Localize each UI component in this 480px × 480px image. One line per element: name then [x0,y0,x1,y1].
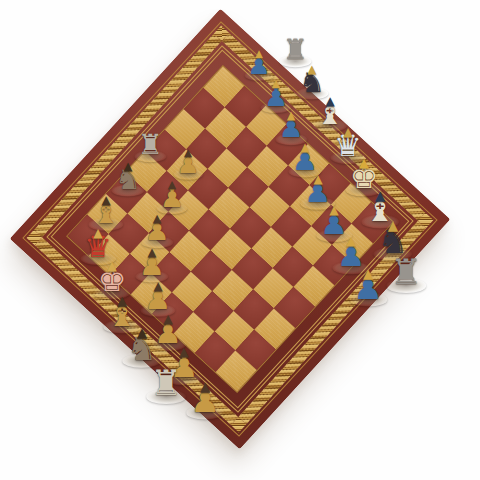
white-knight-piece: ♞▲ [115,165,141,194]
black-knight-glyph-icon: ♞ [378,224,408,258]
white-king-glyph-icon: ♚ [98,264,127,296]
piece-glass-base [122,354,161,368]
black-pawn-glyph-icon: ♟ [337,239,366,271]
white-pawn-piece: ♟▲ [144,217,169,245]
white-pawn-glyph-icon: ♟ [145,284,172,314]
gold-hat-icon: ▲ [301,142,310,154]
piece-glass-base [279,56,311,68]
black-bishop-piece: ♝▲ [317,99,344,129]
gold-hat-icon: ▲ [124,161,133,173]
white-pawn-glyph-icon: ♟ [170,350,199,382]
black-pawn-glyph-icon: ♟ [264,83,288,110]
piece-glass-base [275,134,307,146]
black-bishop-piece: ♝▲ [365,193,395,226]
black-pawn-piece: ♟▲ [320,208,348,239]
black-rook-glyph-icon: ♜ [390,255,421,290]
white-pawn-glyph-icon: ♟ [139,251,165,280]
white-pawn-piece: ♟▲ [139,251,165,280]
black-pawn-glyph-icon: ♟ [247,52,270,78]
black-pawn-piece: ♟▲ [353,271,383,304]
white-knight-glyph-icon: ♞ [115,165,141,194]
white-king-piece: ♚▲ [98,264,127,296]
gold-hat-icon: ▲ [168,180,176,191]
gold-hat-icon: ▲ [117,293,127,306]
piece-glass-base [244,70,274,81]
white-queen-glyph-icon: ♛ [84,231,112,262]
piece-glass-base [288,165,321,177]
product-photo-canvas: ♜♟▲♞▲♟▲♝▲♟▲♜♛▲♟▲♟▲♚▲♞▲♟▲♟▲♝▲♝▲♟▲♟▲♞▲♛▲♟▲… [0,0,480,480]
piece-glass-base [346,183,383,196]
piece-glass-base [295,87,328,99]
piece-glass-base [260,102,291,113]
gold-hat-icon: ▲ [101,194,110,206]
gold-hat-icon: ▲ [148,247,157,259]
gold-hat-icon: ▲ [179,346,189,359]
gold-hat-icon: ▲ [200,379,210,392]
piece-glass-base [361,215,399,229]
piece-glass-base [333,261,370,274]
white-bishop-glyph-icon: ♝ [107,298,137,331]
piece-glass-base [386,278,426,293]
white-rook-glyph-icon: ♜ [137,131,162,159]
black-knight-piece: ♞▲ [378,224,408,258]
piece-glass-base [173,169,203,180]
white-pawn-piece: ♟▲ [154,317,182,348]
gold-hat-icon: ▲ [163,313,173,325]
black-rook-piece: ♜ [282,36,307,64]
pieces-layer: ♜♟▲♞▲♟▲♝▲♟▲♜♛▲♟▲♟▲♚▲♞▲♟▲♟▲♝▲♝▲♟▲♟▲♞▲♛▲♟▲… [0,0,480,480]
black-queen-piece: ♛▲ [334,130,362,161]
white-pawn-piece: ♟▲ [160,184,184,211]
white-bishop-piece: ♝▲ [93,198,120,228]
white-pawn-piece: ♟▲ [145,284,172,314]
gold-hat-icon: ▲ [255,48,263,58]
gold-hat-icon: ▲ [107,260,117,273]
white-pawn-piece: ♟▲ [170,350,199,382]
piece-glass-base [111,184,144,196]
piece-glass-base [373,247,412,261]
black-rook-piece: ♜ [390,255,421,290]
piece-glass-base [301,197,336,210]
gold-hat-icon: ▲ [388,219,398,233]
piece-glass-base [166,372,203,385]
gold-hat-icon: ▲ [153,213,162,224]
white-pawn-glyph-icon: ♟ [160,184,184,211]
black-pawn-glyph-icon: ♟ [353,271,383,304]
white-pawn-piece: ♟▲ [176,151,199,177]
piece-glass-base [141,237,173,249]
white-pawn-glyph-icon: ♟ [176,151,199,177]
piece-glass-base [103,320,141,334]
gold-hat-icon: ▲ [313,173,322,185]
black-pawn-piece: ♟▲ [337,239,366,271]
piece-glass-base [156,203,187,214]
white-rook-glyph-icon: ♜ [150,366,181,401]
gold-hat-icon: ▲ [93,227,103,239]
white-bishop-piece: ♝▲ [107,298,137,331]
black-king-glyph-icon: ♚ [350,161,379,193]
white-queen-piece: ♛▲ [84,231,112,262]
piece-glass-base [135,270,168,282]
black-pawn-piece: ♟▲ [247,52,270,78]
black-knight-piece: ♞▲ [299,68,325,97]
white-knight-glyph-icon: ♞ [127,331,157,365]
black-pawn-glyph-icon: ♟ [305,177,332,207]
gold-hat-icon: ▲ [287,110,296,121]
black-pawn-glyph-icon: ♟ [320,208,348,239]
gold-hat-icon: ▲ [137,326,147,340]
piece-glass-base [80,252,116,265]
gold-hat-icon: ▲ [308,64,317,76]
black-pawn-piece: ♟▲ [278,114,303,142]
piece-glass-base [134,151,166,163]
black-pawn-piece: ♟▲ [264,83,288,110]
black-pawn-piece: ♟▲ [305,177,332,207]
piece-glass-base [141,304,176,317]
black-knight-glyph-icon: ♞ [299,68,325,97]
white-pawn-glyph-icon: ♟ [154,317,182,348]
white-bishop-glyph-icon: ♝ [93,198,120,228]
piece-glass-base [330,151,366,164]
gold-hat-icon: ▲ [363,266,373,279]
gold-hat-icon: ▲ [359,157,369,170]
piece-glass-base [89,218,124,231]
black-pawn-piece: ♟▲ [292,146,318,175]
white-rook-piece: ♜ [150,366,181,401]
gold-hat-icon: ▲ [329,204,339,216]
white-pawn-glyph-icon: ♟ [144,217,169,245]
piece-glass-base [94,286,131,299]
piece-glass-base [186,406,224,420]
white-knight-piece: ♞▲ [127,331,157,365]
piece-glass-base [349,293,387,307]
gold-hat-icon: ▲ [343,126,353,138]
black-king-piece: ♚▲ [350,161,379,193]
gold-hat-icon: ▲ [184,147,192,157]
piece-glass-base [150,338,186,351]
black-queen-glyph-icon: ♛ [334,130,362,161]
black-pawn-glyph-icon: ♟ [292,146,318,175]
black-pawn-glyph-icon: ♟ [278,114,303,142]
white-rook-piece: ♜ [137,131,162,159]
gold-hat-icon: ▲ [346,235,356,248]
piece-glass-base [313,119,348,132]
piece-glass-base [316,229,352,242]
gold-hat-icon: ▲ [153,280,162,292]
black-rook-glyph-icon: ♜ [282,36,307,64]
gold-hat-icon: ▲ [375,188,385,201]
gold-hat-icon: ▲ [325,95,334,107]
white-pawn-piece: ♟▲ [190,384,220,417]
black-bishop-glyph-icon: ♝ [365,193,395,226]
black-bishop-glyph-icon: ♝ [317,99,344,129]
white-pawn-glyph-icon: ♟ [190,384,220,417]
piece-glass-base [146,389,186,404]
gold-hat-icon: ▲ [272,79,280,90]
